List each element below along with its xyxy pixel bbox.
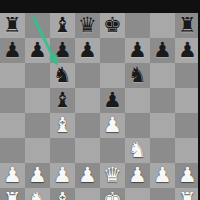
square-b7[interactable]: ♟: [25, 38, 50, 63]
square-g6[interactable]: [150, 63, 175, 88]
white-pawn[interactable]: ♟: [75, 163, 100, 188]
square-d3[interactable]: [75, 138, 100, 163]
square-c7[interactable]: ♟: [50, 38, 75, 63]
square-a5[interactable]: [0, 88, 25, 113]
black-king[interactable]: ♚: [100, 13, 125, 38]
square-h8[interactable]: ♜: [175, 13, 200, 38]
square-b1[interactable]: ♞: [25, 188, 50, 200]
black-pawn[interactable]: ♟: [100, 88, 125, 113]
square-e5[interactable]: ♟: [100, 88, 125, 113]
square-a8[interactable]: ♜: [0, 13, 25, 38]
square-c5[interactable]: ♝: [50, 88, 75, 113]
white-pawn[interactable]: ♟: [150, 163, 175, 188]
square-g3[interactable]: [150, 138, 175, 163]
square-e6[interactable]: [100, 63, 125, 88]
square-g2[interactable]: ♟: [150, 163, 175, 188]
square-f7[interactable]: ♟: [125, 38, 150, 63]
square-h1[interactable]: ♜: [175, 188, 200, 200]
square-b8[interactable]: [25, 13, 50, 38]
right-edge-strip: [198, 0, 200, 200]
white-king[interactable]: ♚: [100, 188, 125, 200]
black-pawn[interactable]: ♟: [50, 38, 75, 63]
square-a4[interactable]: [0, 113, 25, 138]
black-knight[interactable]: ♞: [50, 63, 75, 88]
square-f1[interactable]: [125, 188, 150, 200]
white-rook[interactable]: ♜: [175, 188, 200, 200]
white-knight[interactable]: ♞: [25, 188, 50, 200]
square-g8[interactable]: [150, 13, 175, 38]
square-h4[interactable]: [175, 113, 200, 138]
square-a2[interactable]: ♟: [0, 163, 25, 188]
square-e8[interactable]: ♚: [100, 13, 125, 38]
black-pawn[interactable]: ♟: [25, 38, 50, 63]
white-bishop[interactable]: ♝: [50, 113, 75, 138]
square-a3[interactable]: [0, 138, 25, 163]
square-g7[interactable]: ♟: [150, 38, 175, 63]
square-f6[interactable]: ♞: [125, 63, 150, 88]
square-b2[interactable]: ♟: [25, 163, 50, 188]
square-c3[interactable]: [50, 138, 75, 163]
square-h3[interactable]: [175, 138, 200, 163]
white-bishop[interactable]: ♝: [50, 188, 75, 200]
square-f4[interactable]: [125, 113, 150, 138]
square-e1[interactable]: ♚: [100, 188, 125, 200]
black-pawn[interactable]: ♟: [0, 38, 25, 63]
white-pawn[interactable]: ♟: [25, 163, 50, 188]
black-pawn[interactable]: ♟: [75, 38, 100, 63]
square-b3[interactable]: [25, 138, 50, 163]
square-c6[interactable]: ♞: [50, 63, 75, 88]
chess-app-screen: ♜♝♛♚♜♟♟♟♟♟♟♟♞♞♝♟♝♟♞♟♟♟♟♛♟♟♟♜♞♝♚♜: [0, 0, 200, 200]
square-h5[interactable]: [175, 88, 200, 113]
chess-board[interactable]: ♜♝♛♚♜♟♟♟♟♟♟♟♞♞♝♟♝♟♞♟♟♟♟♛♟♟♟♜♞♝♚♜: [0, 13, 200, 200]
square-d7[interactable]: ♟: [75, 38, 100, 63]
square-d1[interactable]: [75, 188, 100, 200]
white-pawn[interactable]: ♟: [100, 113, 125, 138]
square-d8[interactable]: ♛: [75, 13, 100, 38]
square-g1[interactable]: [150, 188, 175, 200]
square-a1[interactable]: ♜: [0, 188, 25, 200]
black-knight[interactable]: ♞: [125, 63, 150, 88]
square-a6[interactable]: [0, 63, 25, 88]
white-pawn[interactable]: ♟: [0, 163, 25, 188]
square-b6[interactable]: [25, 63, 50, 88]
white-rook[interactable]: ♜: [0, 188, 25, 200]
black-bishop[interactable]: ♝: [50, 88, 75, 113]
square-a7[interactable]: ♟: [0, 38, 25, 63]
black-rook[interactable]: ♜: [175, 13, 200, 38]
square-c1[interactable]: ♝: [50, 188, 75, 200]
square-b4[interactable]: [25, 113, 50, 138]
square-e7[interactable]: [100, 38, 125, 63]
white-knight[interactable]: ♞: [125, 138, 150, 163]
top-bar: [0, 0, 200, 13]
square-d6[interactable]: [75, 63, 100, 88]
square-e4[interactable]: ♟: [100, 113, 125, 138]
square-c4[interactable]: ♝: [50, 113, 75, 138]
square-f2[interactable]: ♟: [125, 163, 150, 188]
white-queen[interactable]: ♛: [100, 163, 125, 188]
square-g4[interactable]: [150, 113, 175, 138]
square-f3[interactable]: ♞: [125, 138, 150, 163]
square-f5[interactable]: [125, 88, 150, 113]
white-pawn[interactable]: ♟: [175, 163, 200, 188]
black-pawn[interactable]: ♟: [175, 38, 200, 63]
square-g5[interactable]: [150, 88, 175, 113]
square-h7[interactable]: ♟: [175, 38, 200, 63]
black-bishop[interactable]: ♝: [50, 13, 75, 38]
square-e3[interactable]: [100, 138, 125, 163]
black-rook[interactable]: ♜: [0, 13, 25, 38]
square-d5[interactable]: [75, 88, 100, 113]
square-h2[interactable]: ♟: [175, 163, 200, 188]
square-h6[interactable]: [175, 63, 200, 88]
black-pawn[interactable]: ♟: [150, 38, 175, 63]
square-d4[interactable]: [75, 113, 100, 138]
square-b5[interactable]: [25, 88, 50, 113]
black-pawn[interactable]: ♟: [125, 38, 150, 63]
black-queen[interactable]: ♛: [75, 13, 100, 38]
square-c2[interactable]: ♟: [50, 163, 75, 188]
white-pawn[interactable]: ♟: [50, 163, 75, 188]
square-d2[interactable]: ♟: [75, 163, 100, 188]
square-f8[interactable]: [125, 13, 150, 38]
white-pawn[interactable]: ♟: [125, 163, 150, 188]
square-c8[interactable]: ♝: [50, 13, 75, 38]
square-e2[interactable]: ♛: [100, 163, 125, 188]
